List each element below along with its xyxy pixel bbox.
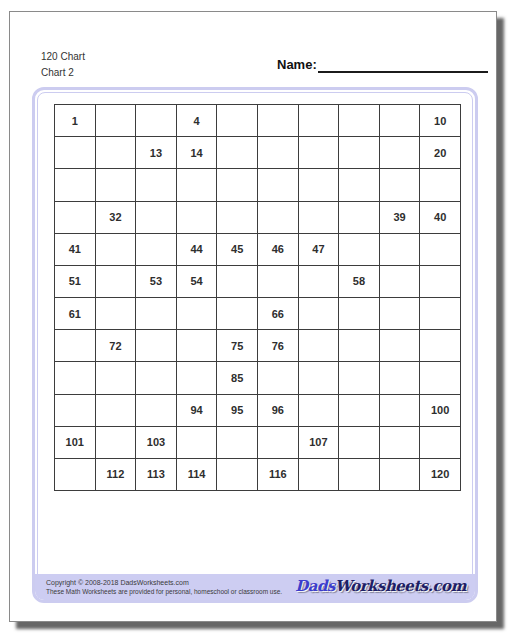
grid-cell-r6c2[interactable] <box>96 266 137 298</box>
grid-cell-r4c1[interactable] <box>55 202 96 234</box>
grid-cell-r3c7[interactable] <box>299 169 340 201</box>
grid-cell-r10c9[interactable] <box>380 395 421 427</box>
grid-cell-r4c3[interactable] <box>136 202 177 234</box>
site-logo-worksheets: Worksheets.com <box>335 577 466 595</box>
grid-cell-r5c6: 46 <box>258 234 299 266</box>
grid-cell-r6c6[interactable] <box>258 266 299 298</box>
grid-cell-r12c3: 113 <box>136 459 177 491</box>
footer-bar: Copyright © 2008-2018 DadsWorksheets.com… <box>35 574 475 600</box>
grid-cell-r4c9: 39 <box>380 202 421 234</box>
grid-cell-r10c1[interactable] <box>55 395 96 427</box>
grid-cell-r8c4[interactable] <box>177 330 218 362</box>
grid-cell-r12c9[interactable] <box>380 459 421 491</box>
grid-cell-r1c9[interactable] <box>380 105 421 137</box>
grid-cell-r2c3: 13 <box>136 137 177 169</box>
grid-cell-r4c6[interactable] <box>258 202 299 234</box>
grid-cell-r2c4: 14 <box>177 137 218 169</box>
grid-cell-r5c7: 47 <box>299 234 340 266</box>
grid-cell-r10c2[interactable] <box>96 395 137 427</box>
grid-cell-r9c2[interactable] <box>96 362 137 394</box>
grid-cell-r2c6[interactable] <box>258 137 299 169</box>
copyright-block: Copyright © 2008-2018 DadsWorksheets.com… <box>46 578 282 596</box>
grid-cell-r11c8[interactable] <box>339 427 380 459</box>
grid-cell-r3c5[interactable] <box>217 169 258 201</box>
grid-cell-r11c4[interactable] <box>177 427 218 459</box>
grid-cell-r5c9[interactable] <box>380 234 421 266</box>
number-grid: 1410131420323940414445464751535458616672… <box>54 104 461 491</box>
grid-cell-r6c1: 51 <box>55 266 96 298</box>
grid-cell-r6c8: 58 <box>339 266 380 298</box>
grid-cell-r7c4[interactable] <box>177 298 218 330</box>
grid-cell-r12c7[interactable] <box>299 459 340 491</box>
grid-cell-r5c3[interactable] <box>136 234 177 266</box>
grid-cell-r7c8[interactable] <box>339 298 380 330</box>
site-logo-dads: Dads <box>295 577 335 595</box>
grid-cell-r9c5: 85 <box>217 362 258 394</box>
grid-cell-r9c3[interactable] <box>136 362 177 394</box>
grid-cell-r3c8[interactable] <box>339 169 380 201</box>
grid-cell-r2c8[interactable] <box>339 137 380 169</box>
grid-cell-r3c9[interactable] <box>380 169 421 201</box>
grid-cell-r9c4[interactable] <box>177 362 218 394</box>
grid-cell-r12c5[interactable] <box>217 459 258 491</box>
grid-cell-r9c1[interactable] <box>55 362 96 394</box>
grid-cell-r1c7[interactable] <box>299 105 340 137</box>
name-row: Name: <box>277 56 488 73</box>
grid-cell-r4c5[interactable] <box>217 202 258 234</box>
grid-cell-r7c2[interactable] <box>96 298 137 330</box>
grid-cell-r11c2[interactable] <box>96 427 137 459</box>
grid-cell-r8c5: 75 <box>217 330 258 362</box>
grid-cell-r5c5: 45 <box>217 234 258 266</box>
grid-cell-r8c1[interactable] <box>55 330 96 362</box>
grid-cell-r1c1: 1 <box>55 105 96 137</box>
grid-cell-r6c3: 53 <box>136 266 177 298</box>
grid-cell-r12c8[interactable] <box>339 459 380 491</box>
grid-cell-r9c6[interactable] <box>258 362 299 394</box>
worksheet-subtitle: Chart 2 <box>41 65 85 81</box>
grid-cell-r7c5[interactable] <box>217 298 258 330</box>
grid-cell-r2c1[interactable] <box>55 137 96 169</box>
grid-cell-r12c2: 112 <box>96 459 137 491</box>
grid-cell-r2c7[interactable] <box>299 137 340 169</box>
grid-cell-r1c10: 10 <box>420 105 461 137</box>
grid-cell-r11c5[interactable] <box>217 427 258 459</box>
grid-cell-r12c4: 114 <box>177 459 218 491</box>
grid-cell-r8c8[interactable] <box>339 330 380 362</box>
grid-cell-r8c9[interactable] <box>380 330 421 362</box>
grid-cell-r2c5[interactable] <box>217 137 258 169</box>
grid-cell-r5c1: 41 <box>55 234 96 266</box>
grid-cell-r9c8[interactable] <box>339 362 380 394</box>
grid-cell-r5c10[interactable] <box>420 234 461 266</box>
grid-cell-r10c5: 95 <box>217 395 258 427</box>
grid-cell-r3c3[interactable] <box>136 169 177 201</box>
grid-cell-r10c4: 94 <box>177 395 218 427</box>
grid-cell-r3c1[interactable] <box>55 169 96 201</box>
grid-cell-r8c10[interactable] <box>420 330 461 362</box>
grid-cell-r10c3[interactable] <box>136 395 177 427</box>
site-logo: DadsWorksheets.com <box>295 577 466 595</box>
grid-cell-r11c7: 107 <box>299 427 340 459</box>
grid-cell-r10c8[interactable] <box>339 395 380 427</box>
grid-cell-r11c10[interactable] <box>420 427 461 459</box>
grid-cell-r11c9[interactable] <box>380 427 421 459</box>
grid-cell-r9c10[interactable] <box>420 362 461 394</box>
grid-cell-r4c10: 40 <box>420 202 461 234</box>
grid-cell-r7c7[interactable] <box>299 298 340 330</box>
grid-cell-r3c2[interactable] <box>96 169 137 201</box>
grid-cell-r11c6[interactable] <box>258 427 299 459</box>
grid-cell-r2c2[interactable] <box>96 137 137 169</box>
grid-cell-r7c3[interactable] <box>136 298 177 330</box>
grid-cell-r10c7[interactable] <box>299 395 340 427</box>
grid-cell-r6c7[interactable] <box>299 266 340 298</box>
grid-cell-r8c7[interactable] <box>299 330 340 362</box>
grid-cell-r1c8[interactable] <box>339 105 380 137</box>
grid-cell-r6c4: 54 <box>177 266 218 298</box>
grid-cell-r1c3[interactable] <box>136 105 177 137</box>
worksheet-title: 120 Chart <box>41 49 85 65</box>
name-label: Name: <box>277 56 317 73</box>
grid-cell-r9c7[interactable] <box>299 362 340 394</box>
copyright-line-2: These Math Worksheets are provided for p… <box>46 587 282 596</box>
name-fill-in-line[interactable] <box>318 56 488 73</box>
grid-cell-r6c10[interactable] <box>420 266 461 298</box>
grid-cell-r2c10: 20 <box>420 137 461 169</box>
title-block: 120 Chart Chart 2 <box>41 49 85 81</box>
grid-cell-r8c6: 76 <box>258 330 299 362</box>
grid-cell-r5c8[interactable] <box>339 234 380 266</box>
grid-cell-r4c2: 32 <box>96 202 137 234</box>
grid-cell-r12c10: 120 <box>420 459 461 491</box>
grid-cell-r7c10[interactable] <box>420 298 461 330</box>
grid-cell-r4c4[interactable] <box>177 202 218 234</box>
grid-cell-r1c5[interactable] <box>217 105 258 137</box>
grid-cell-r1c6[interactable] <box>258 105 299 137</box>
grid-cell-r5c2[interactable] <box>96 234 137 266</box>
grid-cell-r11c3: 103 <box>136 427 177 459</box>
grid-cell-r5c4: 44 <box>177 234 218 266</box>
grid-cell-r8c2: 72 <box>96 330 137 362</box>
grid-cell-r3c10[interactable] <box>420 169 461 201</box>
grid-cell-r7c1: 61 <box>55 298 96 330</box>
grid-cell-r9c9[interactable] <box>380 362 421 394</box>
grid-cell-r1c2[interactable] <box>96 105 137 137</box>
grid-cell-r6c9[interactable] <box>380 266 421 298</box>
worksheet-page: 120 Chart Chart 2 Name: Copyright © 2008… <box>9 11 497 622</box>
grid-cell-r2c9[interactable] <box>380 137 421 169</box>
grid-cell-r3c4[interactable] <box>177 169 218 201</box>
grid-cell-r11c1: 101 <box>55 427 96 459</box>
grid-cell-r12c6: 116 <box>258 459 299 491</box>
grid-cell-r8c3[interactable] <box>136 330 177 362</box>
copyright-line-1: Copyright © 2008-2018 DadsWorksheets.com <box>46 578 282 587</box>
grid-cell-r4c7[interactable] <box>299 202 340 234</box>
grid-cell-r7c6: 66 <box>258 298 299 330</box>
grid-cell-r6c5[interactable] <box>217 266 258 298</box>
grid-cell-r10c10: 100 <box>420 395 461 427</box>
grid-cell-r10c6: 96 <box>258 395 299 427</box>
grid-cell-r12c1[interactable] <box>55 459 96 491</box>
grid-cell-r7c9[interactable] <box>380 298 421 330</box>
grid-cell-r3c6[interactable] <box>258 169 299 201</box>
grid-cell-r1c4: 4 <box>177 105 218 137</box>
grid-cell-r4c8[interactable] <box>339 202 380 234</box>
